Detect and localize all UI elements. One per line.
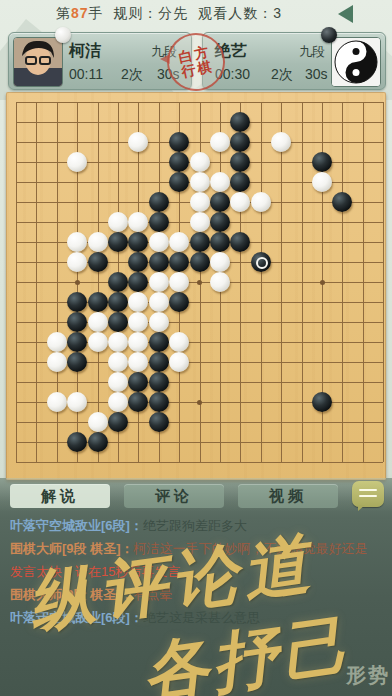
black-stone — [88, 252, 108, 272]
black-stone — [88, 432, 108, 452]
black-stone — [312, 152, 332, 172]
black-stone — [210, 212, 230, 232]
grid-line — [16, 382, 383, 383]
white-stone — [88, 232, 108, 252]
byoyomi-periods: 2次 — [121, 66, 143, 84]
grid-line — [302, 102, 303, 462]
black-stone — [108, 312, 128, 332]
star-point — [75, 280, 80, 285]
black-stone — [312, 392, 332, 412]
white-stone — [149, 312, 169, 332]
byoyomi-seconds: 30s — [305, 66, 328, 82]
go-board[interactable] — [6, 92, 386, 480]
white-stone — [210, 132, 230, 152]
byoyomi-periods: 2次 — [271, 66, 293, 84]
white-stone — [210, 272, 230, 292]
tab-commentary[interactable]: 解说 — [10, 484, 110, 508]
avatar-jueyi-yinyang — [331, 37, 381, 87]
star-point — [197, 400, 202, 405]
black-stone — [108, 272, 128, 292]
tab-comments[interactable]: 评论 — [124, 484, 224, 508]
player-rank: 九段 — [299, 43, 325, 61]
last-move-marker — [256, 257, 268, 269]
white-stone — [88, 332, 108, 352]
black-stone-badge — [321, 27, 337, 43]
black-stone — [149, 192, 169, 212]
avatar-kejie — [13, 37, 63, 87]
grid-line — [16, 462, 383, 463]
black-stone — [210, 232, 230, 252]
white-stone — [108, 372, 128, 392]
grid-line — [342, 102, 343, 462]
white-stone — [210, 252, 230, 272]
grid-line — [281, 102, 282, 462]
player-clock: 00:11 — [69, 66, 103, 82]
white-stone — [312, 172, 332, 192]
white-stone — [149, 272, 169, 292]
black-stone — [149, 352, 169, 372]
white-stone — [251, 192, 271, 212]
tab-video[interactable]: 视频 — [238, 484, 338, 508]
white-stone — [149, 292, 169, 312]
chat-username: 叶落守空城敌业[6段]： — [10, 518, 143, 533]
grid-line — [363, 102, 364, 462]
grid-line — [16, 422, 383, 423]
move-number: 87 — [71, 5, 89, 21]
black-stone — [251, 252, 271, 272]
black-stone — [108, 292, 128, 312]
white-stone — [47, 392, 67, 412]
black-stone — [190, 252, 210, 272]
top-status-bar: 第87手 规则：分先 观看人数：3 — [0, 0, 392, 28]
move-rules-viewers-text: 第87手 规则：分先 观看人数：3 — [56, 5, 282, 23]
white-stone — [190, 212, 210, 232]
black-stone — [88, 292, 108, 312]
black-stone — [149, 412, 169, 432]
black-stone — [149, 252, 169, 272]
white-stone — [47, 352, 67, 372]
white-stone — [108, 212, 128, 232]
black-stone — [149, 332, 169, 352]
star-point — [320, 280, 325, 285]
collapse-arrow-icon[interactable] — [338, 5, 353, 23]
rules-text: 规则：分先 — [113, 5, 188, 21]
black-stone — [149, 392, 169, 412]
tab-bar: 解说评论视频 — [10, 484, 338, 508]
white-stone — [108, 352, 128, 372]
grid-line — [261, 102, 262, 462]
chat-bubble-icon[interactable] — [352, 481, 384, 507]
white-stone — [88, 412, 108, 432]
white-stone — [190, 172, 210, 192]
black-stone — [190, 232, 210, 252]
white-stone — [88, 312, 108, 332]
white-stone — [47, 332, 67, 352]
black-stone — [108, 232, 128, 252]
white-stone-badge — [55, 27, 71, 43]
black-stone — [149, 372, 169, 392]
white-stone — [210, 172, 230, 192]
black-stone — [108, 412, 128, 432]
white-stone — [108, 332, 128, 352]
player-panel-jueyi[interactable]: 绝艺 九段 00:30 2次 30s — [202, 32, 386, 90]
white-stone — [190, 192, 210, 212]
white-stone — [190, 152, 210, 172]
white-stone — [149, 232, 169, 252]
white-stone — [108, 392, 128, 412]
black-stone — [149, 212, 169, 232]
star-point — [197, 280, 202, 285]
grid-line — [383, 102, 384, 462]
viewers-count: 观看人数：3 — [198, 5, 282, 21]
player-name: 柯洁 — [69, 41, 101, 62]
black-stone — [210, 192, 230, 212]
